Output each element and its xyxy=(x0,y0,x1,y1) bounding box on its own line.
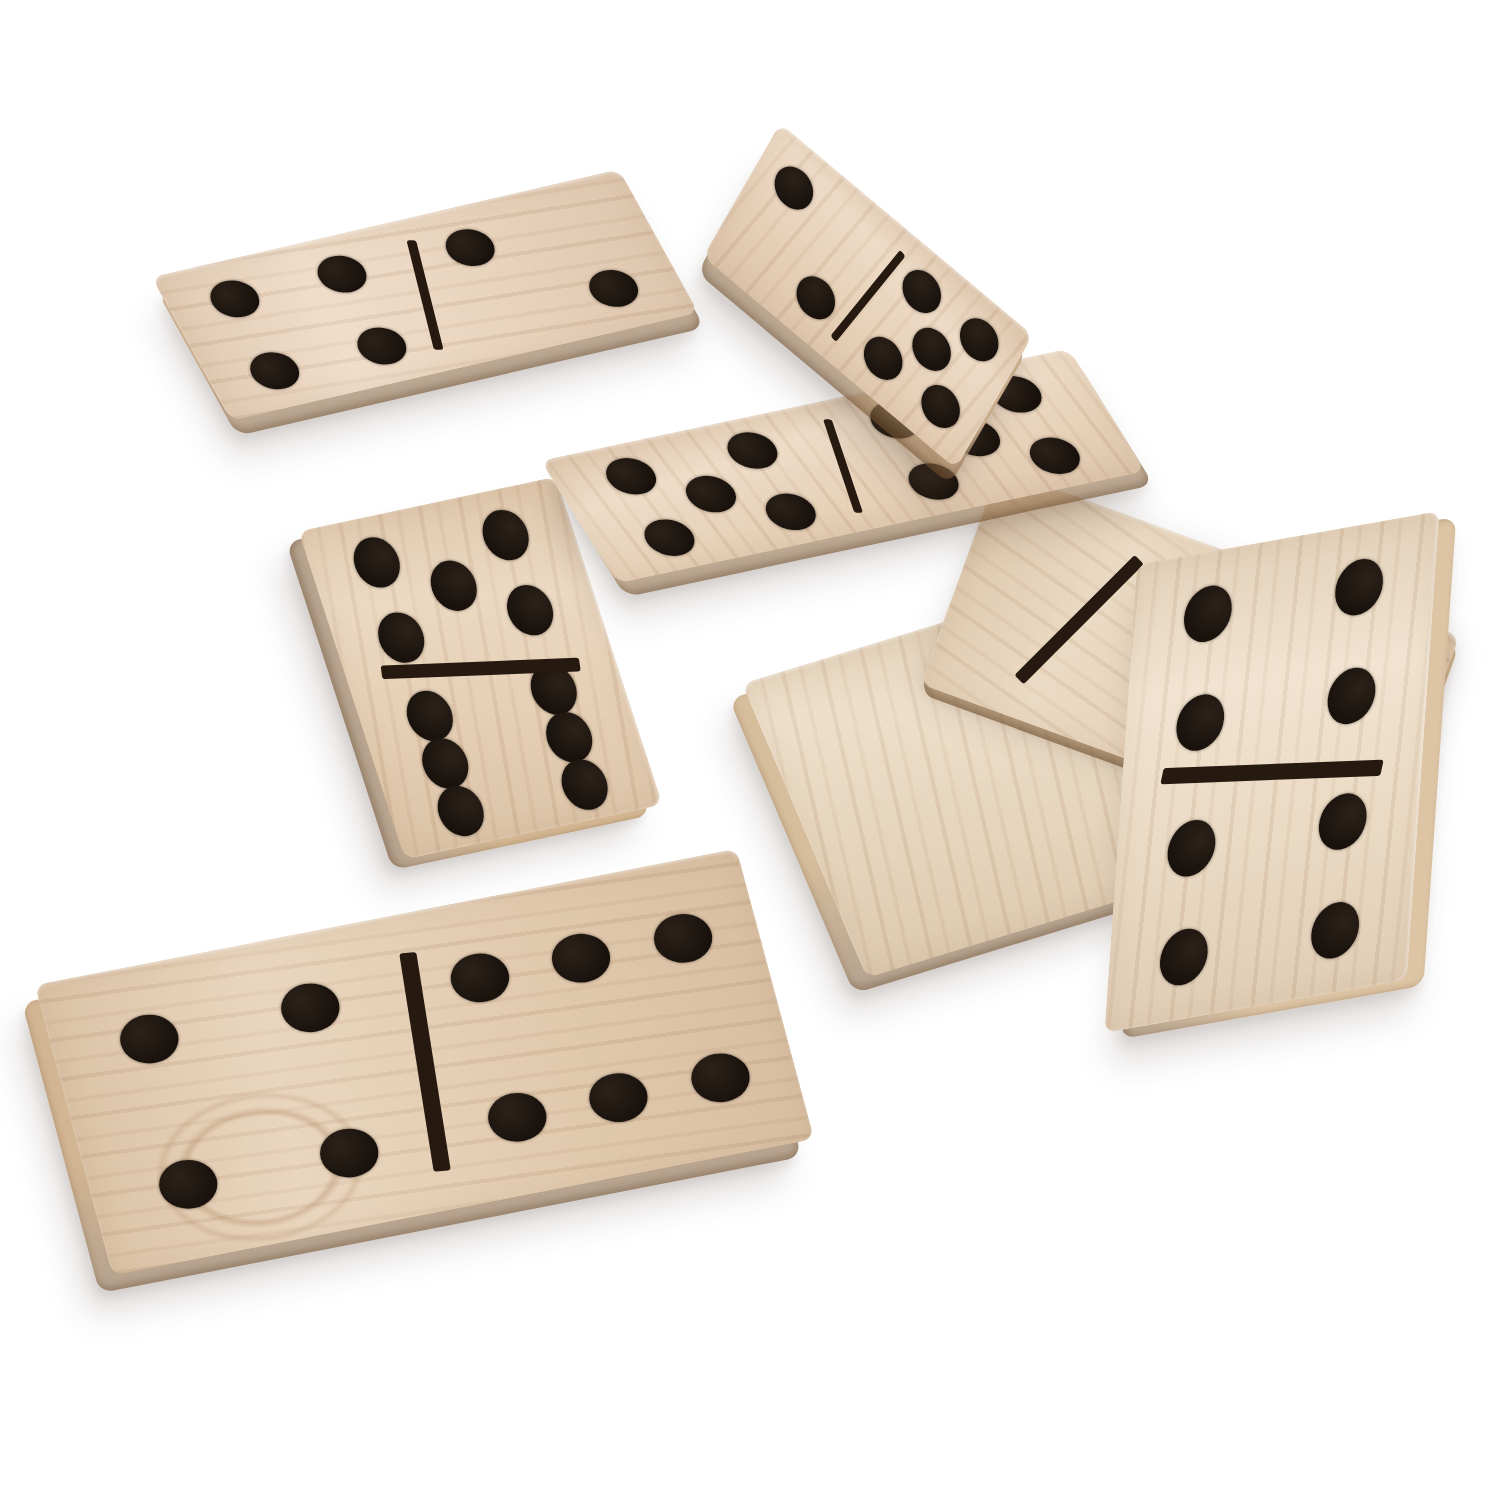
pip xyxy=(1183,582,1235,646)
pip xyxy=(677,472,744,517)
pip xyxy=(372,608,431,667)
pip xyxy=(1159,924,1211,988)
pip xyxy=(438,224,502,270)
pip xyxy=(444,949,514,1008)
pip xyxy=(546,929,616,988)
pip xyxy=(1310,898,1362,962)
pip xyxy=(1326,663,1378,727)
pip xyxy=(314,1124,384,1183)
pip xyxy=(431,781,490,840)
pip xyxy=(857,328,909,389)
domino-E-4-6[interactable] xyxy=(34,849,814,1276)
pip xyxy=(242,347,306,393)
pip xyxy=(767,157,819,218)
pip xyxy=(347,533,406,592)
pip xyxy=(500,581,559,640)
pip xyxy=(539,708,598,767)
pip xyxy=(554,755,613,814)
domino-wood-face xyxy=(34,849,814,1276)
pip xyxy=(424,557,483,616)
pip xyxy=(114,1010,184,1069)
divider-line xyxy=(1015,555,1144,684)
pip xyxy=(582,266,646,312)
pip xyxy=(1175,690,1227,754)
pip xyxy=(275,979,345,1038)
pip xyxy=(400,686,459,745)
pip xyxy=(415,734,474,793)
domino-A-4-2[interactable] xyxy=(151,169,698,421)
domino-wood-face xyxy=(1104,511,1439,1033)
pip xyxy=(953,310,1005,371)
domino-F-4-4[interactable] xyxy=(1104,511,1439,1033)
pip xyxy=(719,428,786,473)
pip xyxy=(757,489,824,534)
pip xyxy=(636,515,703,560)
pip xyxy=(905,319,957,380)
pip xyxy=(895,261,947,322)
pip xyxy=(1166,816,1218,880)
pip xyxy=(583,1068,653,1127)
pip xyxy=(476,505,535,564)
pip xyxy=(350,323,414,369)
pip xyxy=(202,276,266,322)
pip xyxy=(598,454,665,499)
pip xyxy=(915,376,967,437)
pip xyxy=(648,909,718,968)
pip xyxy=(1334,555,1386,619)
pip xyxy=(482,1088,552,1147)
pip xyxy=(790,268,842,329)
pip xyxy=(685,1049,755,1108)
pip xyxy=(310,251,374,297)
dominoes-board xyxy=(0,0,1500,1500)
pip xyxy=(1317,790,1369,854)
pip xyxy=(1021,433,1088,478)
pip xyxy=(152,1155,222,1214)
